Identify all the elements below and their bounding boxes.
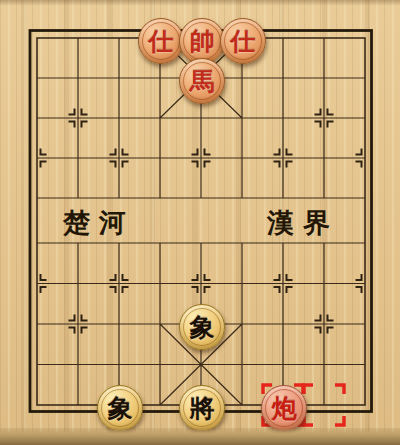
piece-character: 炮	[272, 396, 297, 421]
piece-black-general[interactable]: 將	[179, 385, 225, 431]
piece-red-advisor[interactable]: 仕	[220, 18, 266, 64]
board-bottom-edge	[0, 428, 400, 445]
piece-red-cannon[interactable]: 炮	[261, 385, 307, 431]
piece-character: 象	[108, 396, 133, 421]
piece-character: 仕	[149, 29, 174, 54]
piece-red-advisor[interactable]: 仕	[138, 18, 184, 64]
piece-character: 仕	[231, 29, 256, 54]
xiangqi-game-screen: 楚河 漢界 仕帥仕馬象象將炮	[0, 0, 400, 445]
piece-black-elephant[interactable]: 象	[179, 304, 225, 350]
piece-character: 帥	[190, 29, 215, 54]
piece-black-elephant[interactable]: 象	[97, 385, 143, 431]
piece-character: 將	[190, 396, 215, 421]
river-label-chu-river: 楚河	[63, 205, 135, 241]
piece-red-horse[interactable]: 馬	[179, 58, 225, 104]
piece-character: 馬	[190, 69, 215, 94]
piece-character: 象	[190, 315, 215, 340]
river-label-han-border: 漢界	[267, 205, 339, 241]
